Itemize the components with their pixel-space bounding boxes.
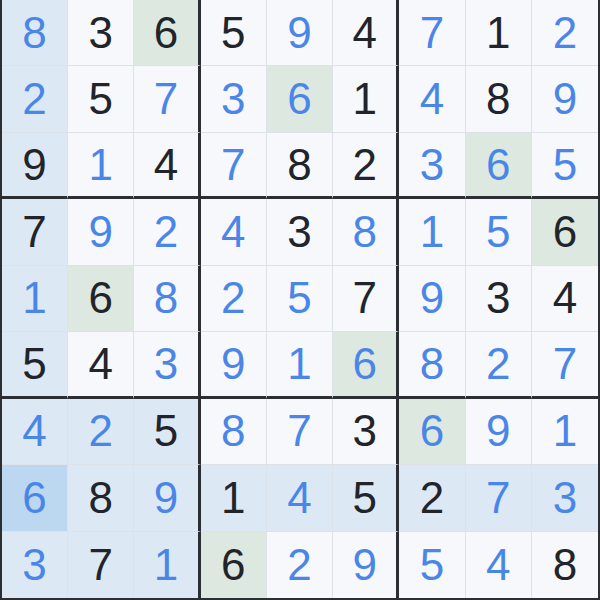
cell-r4c1[interactable]: 7 xyxy=(2,199,68,265)
cell-r3c3[interactable]: 4 xyxy=(134,133,200,199)
cell-r1c1[interactable]: 8 xyxy=(2,0,68,66)
cell-r4c9[interactable]: 6 xyxy=(532,199,598,265)
cell-r1c8[interactable]: 1 xyxy=(466,0,532,66)
cell-r9c4[interactable]: 6 xyxy=(201,532,267,598)
cell-r4c7[interactable]: 1 xyxy=(399,199,465,265)
cell-r3c1[interactable]: 9 xyxy=(2,133,68,199)
cell-r4c3[interactable]: 2 xyxy=(134,199,200,265)
cell-r9c6[interactable]: 9 xyxy=(333,532,399,598)
cell-r4c5[interactable]: 3 xyxy=(267,199,333,265)
cell-r2c7[interactable]: 4 xyxy=(399,66,465,132)
cell-r7c6[interactable]: 3 xyxy=(333,399,399,465)
cell-r9c8[interactable]: 4 xyxy=(466,532,532,598)
cell-r5c9[interactable]: 4 xyxy=(532,266,598,332)
cell-r6c9[interactable]: 7 xyxy=(532,332,598,398)
cell-r6c4[interactable]: 9 xyxy=(201,332,267,398)
cell-r8c1[interactable]: 6 xyxy=(2,465,68,531)
cell-r8c2[interactable]: 8 xyxy=(68,465,134,531)
cell-r2c5[interactable]: 6 xyxy=(267,66,333,132)
cell-r4c4[interactable]: 4 xyxy=(201,199,267,265)
cell-r8c6[interactable]: 5 xyxy=(333,465,399,531)
cell-r7c8[interactable]: 9 xyxy=(466,399,532,465)
cell-r4c8[interactable]: 5 xyxy=(466,199,532,265)
cell-r1c4[interactable]: 5 xyxy=(201,0,267,66)
cell-r1c6[interactable]: 4 xyxy=(333,0,399,66)
cell-r2c9[interactable]: 9 xyxy=(532,66,598,132)
cell-r8c4[interactable]: 1 xyxy=(201,465,267,531)
cell-r1c9[interactable]: 2 xyxy=(532,0,598,66)
cell-r3c4[interactable]: 7 xyxy=(201,133,267,199)
cell-r8c5[interactable]: 4 xyxy=(267,465,333,531)
cell-r8c9[interactable]: 3 xyxy=(532,465,598,531)
cell-r5c5[interactable]: 5 xyxy=(267,266,333,332)
cell-r7c9[interactable]: 1 xyxy=(532,399,598,465)
cell-r1c7[interactable]: 7 xyxy=(399,0,465,66)
cell-r7c4[interactable]: 8 xyxy=(201,399,267,465)
cell-r5c4[interactable]: 2 xyxy=(201,266,267,332)
cell-r3c2[interactable]: 1 xyxy=(68,133,134,199)
cell-r8c3[interactable]: 9 xyxy=(134,465,200,531)
cell-r9c3[interactable]: 1 xyxy=(134,532,200,598)
cell-r1c5[interactable]: 9 xyxy=(267,0,333,66)
cell-r6c6[interactable]: 6 xyxy=(333,332,399,398)
cell-r3c8[interactable]: 6 xyxy=(466,133,532,199)
cell-r6c5[interactable]: 1 xyxy=(267,332,333,398)
cell-r6c7[interactable]: 8 xyxy=(399,332,465,398)
cell-r5c2[interactable]: 6 xyxy=(68,266,134,332)
cell-r2c1[interactable]: 2 xyxy=(2,66,68,132)
cell-r6c3[interactable]: 3 xyxy=(134,332,200,398)
cell-r1c2[interactable]: 3 xyxy=(68,0,134,66)
cell-r4c2[interactable]: 9 xyxy=(68,199,134,265)
cell-r7c2[interactable]: 2 xyxy=(68,399,134,465)
cell-r4c6[interactable]: 8 xyxy=(333,199,399,265)
cell-r6c1[interactable]: 5 xyxy=(2,332,68,398)
cell-r7c5[interactable]: 7 xyxy=(267,399,333,465)
cell-r3c5[interactable]: 8 xyxy=(267,133,333,199)
cell-r5c8[interactable]: 3 xyxy=(466,266,532,332)
sudoku-board: 8365947122573614899147823657924381561682… xyxy=(0,0,600,600)
cell-r5c7[interactable]: 9 xyxy=(399,266,465,332)
cell-r7c1[interactable]: 4 xyxy=(2,399,68,465)
cell-r2c6[interactable]: 1 xyxy=(333,66,399,132)
cell-r5c6[interactable]: 7 xyxy=(333,266,399,332)
cell-r6c8[interactable]: 2 xyxy=(466,332,532,398)
cell-r9c5[interactable]: 2 xyxy=(267,532,333,598)
cell-r2c3[interactable]: 7 xyxy=(134,66,200,132)
cell-r7c7[interactable]: 6 xyxy=(399,399,465,465)
cell-r5c3[interactable]: 8 xyxy=(134,266,200,332)
cell-r9c1[interactable]: 3 xyxy=(2,532,68,598)
cell-r8c7[interactable]: 2 xyxy=(399,465,465,531)
cell-r3c6[interactable]: 2 xyxy=(333,133,399,199)
cell-r9c7[interactable]: 5 xyxy=(399,532,465,598)
cell-r7c3[interactable]: 5 xyxy=(134,399,200,465)
cell-r2c4[interactable]: 3 xyxy=(201,66,267,132)
cell-r2c8[interactable]: 8 xyxy=(466,66,532,132)
cell-r1c3[interactable]: 6 xyxy=(134,0,200,66)
cell-r3c7[interactable]: 3 xyxy=(399,133,465,199)
cell-r5c1[interactable]: 1 xyxy=(2,266,68,332)
cell-r9c2[interactable]: 7 xyxy=(68,532,134,598)
cell-r2c2[interactable]: 5 xyxy=(68,66,134,132)
cell-r8c8[interactable]: 7 xyxy=(466,465,532,531)
cell-r3c9[interactable]: 5 xyxy=(532,133,598,199)
cell-r6c2[interactable]: 4 xyxy=(68,332,134,398)
cell-r9c9[interactable]: 8 xyxy=(532,532,598,598)
